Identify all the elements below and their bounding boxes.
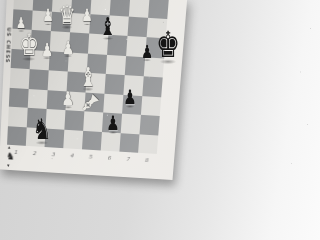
square-f5 (106, 54, 126, 75)
square-h7 (147, 17, 168, 38)
photo-scene: US CHESS 12345678 ♞ ♟♛♟♟♝♚♟♚♟♟♝♟♝♟♟♞ (0, 0, 200, 200)
square-g8 (129, 0, 150, 17)
square-f7 (108, 15, 129, 36)
square-a6 (12, 29, 32, 50)
square-c7 (51, 11, 71, 32)
square-d7 (70, 12, 90, 33)
square-g3 (122, 94, 142, 114)
square-e2 (83, 111, 103, 131)
square-a4 (10, 68, 30, 89)
square-f4 (104, 74, 124, 95)
square-c5 (49, 51, 69, 72)
square-g1 (119, 133, 139, 153)
square-e3 (84, 92, 104, 112)
square-a2 (8, 107, 28, 127)
board-grid (7, 0, 169, 154)
square-b6 (31, 30, 51, 51)
square-e4 (86, 73, 106, 94)
square-g4 (123, 75, 143, 96)
square-h6 (145, 37, 166, 58)
square-a3 (9, 87, 29, 107)
square-d4 (67, 72, 87, 93)
square-h8 (148, 0, 169, 19)
square-b4 (29, 69, 49, 90)
square-c2 (46, 109, 66, 129)
square-a7 (12, 9, 32, 30)
square-d5 (68, 52, 88, 73)
square-c3 (47, 90, 67, 110)
square-d3 (65, 91, 85, 111)
square-g6 (126, 36, 147, 57)
square-c6 (50, 31, 70, 52)
square-b5 (30, 50, 50, 71)
square-b2 (27, 108, 47, 128)
square-e5 (87, 53, 107, 74)
square-f2 (102, 112, 122, 132)
square-d6 (69, 32, 89, 53)
square-b1 (26, 127, 46, 147)
file-label-8: 8 (136, 154, 158, 167)
square-f1 (101, 132, 121, 152)
square-c1 (45, 128, 65, 148)
square-a1 (7, 126, 27, 146)
square-e1 (82, 130, 102, 150)
knight-logo-icon: ♞ (6, 150, 15, 161)
square-f3 (103, 93, 123, 113)
square-h4 (142, 76, 162, 97)
square-e7 (89, 14, 109, 35)
square-g2 (121, 114, 141, 134)
square-c4 (48, 70, 68, 91)
vinyl-board: US CHESS 12345678 ♞ (0, 0, 187, 180)
square-h1 (138, 134, 158, 154)
square-h5 (144, 57, 164, 78)
square-f8 (110, 0, 131, 16)
square-f6 (107, 35, 127, 56)
square-g7 (127, 16, 148, 37)
square-d2 (64, 110, 84, 130)
square-a5 (11, 48, 31, 69)
square-e8 (90, 0, 111, 15)
square-g5 (125, 56, 145, 77)
square-d1 (63, 129, 83, 149)
square-b3 (28, 89, 48, 109)
square-h2 (139, 115, 159, 135)
chess-board: US CHESS 12345678 ♞ (0, 0, 187, 180)
square-d8 (71, 0, 91, 14)
square-h3 (141, 96, 161, 116)
us-chess-knight-logo: ♞ (2, 147, 19, 164)
square-b7 (32, 10, 52, 31)
square-e6 (88, 34, 108, 55)
